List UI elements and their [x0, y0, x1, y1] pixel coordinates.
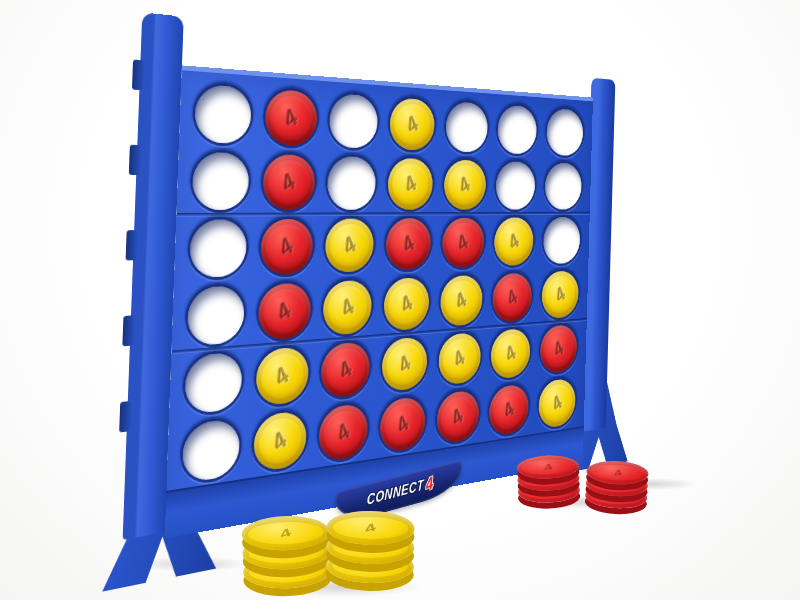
- empty-slot: [329, 93, 378, 148]
- checker-emboss-4: 4: [452, 346, 468, 371]
- cell-r6c5: 4: [434, 387, 481, 448]
- yellow-checker: 4: [438, 332, 481, 386]
- red-checker: 4: [441, 218, 484, 269]
- cell-r4c2: 4: [255, 280, 314, 344]
- cell-r4c6: 4: [490, 270, 534, 325]
- checker-emboss-4: 4: [396, 351, 413, 377]
- post-clip-notch: [119, 401, 131, 433]
- cell-r1c6: [495, 102, 539, 157]
- empty-slot: [182, 418, 240, 484]
- checker-emboss-4: 4: [612, 468, 622, 478]
- cell-r1c1: [191, 81, 254, 147]
- cell-r3c5: 4: [439, 215, 486, 271]
- cell-r1c2: 4: [262, 86, 320, 149]
- yellow-checker: 4: [494, 217, 534, 266]
- yellow-checker: 4: [541, 270, 579, 319]
- empty-slot: [184, 352, 242, 415]
- red-checker: 4: [540, 324, 578, 374]
- red-checker: 4: [385, 218, 431, 270]
- cell-r4c5: 4: [438, 272, 485, 329]
- cell-r5c6: 4: [489, 325, 533, 382]
- red-checker: 4: [264, 89, 317, 147]
- post-clip-notch: [129, 145, 141, 175]
- checker-emboss-4: 4: [398, 291, 415, 316]
- checker-emboss-4: 4: [275, 298, 295, 325]
- cell-r6c6: 4: [487, 381, 531, 440]
- checker-emboss-4: 4: [457, 173, 473, 198]
- cell-r3c4: 4: [383, 216, 433, 274]
- cell-r6c3: 4: [316, 400, 371, 466]
- yellow-checker: 4: [253, 410, 307, 473]
- checker-emboss-4: 4: [550, 392, 564, 415]
- empty-slot: [543, 217, 581, 264]
- cell-r3c3: 4: [322, 216, 376, 276]
- cell-r1c4: 4: [387, 95, 437, 154]
- empty-slot: [546, 108, 584, 156]
- empty-slot: [497, 105, 537, 155]
- post-clip-notch: [132, 60, 144, 91]
- cell-r2c5: 4: [441, 157, 488, 212]
- post-clip-notch: [122, 315, 134, 346]
- cell-r2c7: [543, 160, 584, 212]
- checker-emboss-4: 4: [454, 288, 470, 313]
- cell-r5c1: [181, 349, 245, 419]
- yellow-checker: 4: [383, 277, 429, 331]
- red-checker: 4: [257, 282, 311, 341]
- checker-emboss-4: 4: [394, 411, 411, 437]
- red-checker: 4: [318, 403, 368, 463]
- checker-emboss-4: 4: [270, 427, 290, 455]
- red-checker: 4: [436, 389, 479, 445]
- cell-r3c6: 4: [492, 215, 536, 269]
- cell-r5c5: 4: [436, 329, 483, 388]
- yellow-checker: 4: [387, 158, 433, 210]
- cell-r6c2: 4: [250, 407, 309, 476]
- checker-emboss-4: 4: [281, 104, 300, 131]
- logo-text: CONNECT: [367, 478, 424, 509]
- empty-slot: [545, 163, 583, 210]
- empty-slot: [187, 285, 245, 346]
- checker-emboss-4: 4: [400, 231, 417, 256]
- checker-emboss-4: 4: [279, 169, 298, 196]
- cell-r4c4: 4: [381, 275, 432, 335]
- red-checker: 4: [379, 396, 426, 454]
- cell-r2c1: [189, 149, 252, 213]
- red-checker: 4: [260, 219, 314, 275]
- empty-slot: [189, 219, 247, 278]
- checker-emboss-4: 4: [402, 171, 419, 196]
- logo-number: 4: [425, 472, 434, 495]
- red-checker: 4: [489, 383, 530, 437]
- checker-emboss-4: 4: [277, 233, 297, 260]
- post-clip-notch: [126, 230, 138, 260]
- yellow-checker: 4: [323, 280, 373, 336]
- empty-slot: [194, 84, 252, 144]
- cell-r4c7: 4: [540, 268, 581, 322]
- yellow-checker: 4: [389, 97, 435, 150]
- yellow-checker: 4: [538, 378, 576, 430]
- yellow-checker: 4: [490, 328, 530, 380]
- cell-r1c5: [443, 99, 490, 156]
- yellow-checker: 4: [381, 336, 427, 392]
- cell-r5c7: 4: [538, 322, 579, 377]
- checker-emboss-4: 4: [337, 356, 355, 382]
- cell-r2c3: [325, 153, 379, 212]
- checker-emboss-4: 4: [339, 294, 357, 320]
- yellow-checker-stack: 4: [325, 510, 423, 600]
- checker-emboss-4: 4: [273, 362, 293, 390]
- cell-r3c7: [541, 215, 582, 267]
- checker-emboss-4: 4: [552, 337, 566, 360]
- checker-emboss-4: 4: [404, 112, 421, 137]
- checker-emboss-4: 4: [364, 521, 378, 535]
- empty-slot: [192, 152, 250, 210]
- cell-r5c2: 4: [252, 343, 311, 410]
- cell-r6c4: 4: [377, 393, 428, 457]
- checker-emboss-4: 4: [504, 342, 519, 366]
- checker-emboss-4: 4: [450, 404, 466, 429]
- checker-emboss-4: 4: [554, 283, 568, 306]
- cell-r1c7: [544, 106, 585, 159]
- cell-r2c2: 4: [259, 151, 317, 213]
- cell-r3c2: 4: [257, 216, 316, 278]
- checker-emboss-4: 4: [505, 286, 520, 310]
- checker-emboss-4: 4: [341, 232, 359, 258]
- yellow-checker: 4: [325, 218, 375, 272]
- cell-r5c4: 4: [379, 334, 430, 396]
- checker-emboss-4: 4: [455, 230, 471, 255]
- empty-slot: [496, 161, 536, 209]
- cell-r2c6: [494, 159, 538, 212]
- red-checker-stack: 4: [583, 460, 683, 543]
- checker-emboss-4: 4: [279, 526, 293, 540]
- red-checker: 4: [262, 154, 315, 210]
- checker-emboss-4: 4: [507, 230, 522, 254]
- cell-r6c1: [179, 415, 243, 487]
- yellow-checker: 4: [255, 346, 309, 407]
- empty-slot: [327, 156, 377, 210]
- cell-r5c3: 4: [318, 338, 373, 402]
- checker-emboss-4: 4: [543, 462, 554, 473]
- cell-r4c3: 4: [320, 277, 374, 339]
- cell-r1c3: [327, 90, 381, 151]
- connect4-product-photo: 4444444444444444444444444444 CONNECT 4 4…: [0, 0, 800, 600]
- cell-r3c1: [186, 216, 249, 281]
- cell-r4c1: [184, 282, 247, 349]
- checker-emboss-4: 4: [335, 419, 353, 446]
- red-checker: 4: [321, 341, 371, 399]
- board-grid: 4444444444444444444444444444: [174, 79, 589, 490]
- yellow-checker: 4: [443, 160, 486, 210]
- yellow-checker: 4: [440, 275, 483, 327]
- cell-r2c4: 4: [385, 155, 435, 212]
- cell-r6c7: 4: [536, 375, 577, 432]
- empty-slot: [445, 101, 488, 153]
- checker-emboss-4: 4: [502, 398, 517, 422]
- red-checker: 4: [492, 273, 532, 323]
